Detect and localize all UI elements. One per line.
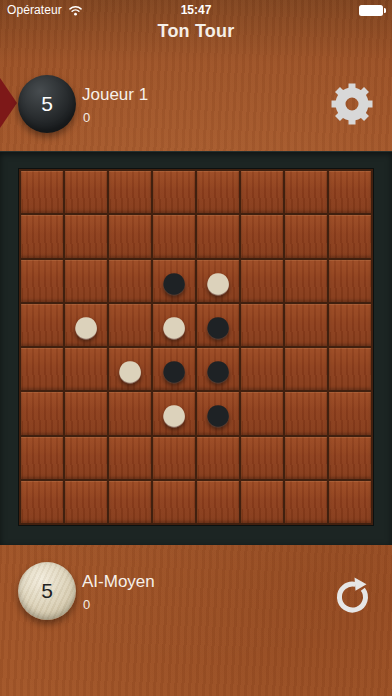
player-top-name: Joueur 1 — [82, 85, 148, 105]
board-cell[interactable] — [285, 392, 327, 434]
board-cell[interactable] — [153, 481, 195, 523]
board-cell[interactable]: ● — [109, 348, 151, 390]
black-disc-piece: ● — [197, 348, 239, 390]
player-top-row: 5 Joueur 1 0 — [0, 74, 392, 134]
board-cell[interactable] — [65, 215, 107, 257]
board-cell[interactable]: ● — [153, 392, 195, 434]
board-cell[interactable] — [65, 348, 107, 390]
white-disc-piece: ● — [197, 260, 239, 302]
board-cell[interactable] — [241, 304, 283, 346]
board-cell[interactable] — [197, 437, 239, 479]
board-cell[interactable] — [109, 437, 151, 479]
settings-button[interactable] — [331, 83, 373, 125]
board-cell[interactable] — [241, 392, 283, 434]
board-cell[interactable]: ● — [65, 304, 107, 346]
board-cell[interactable] — [241, 171, 283, 213]
board-cell[interactable] — [153, 437, 195, 479]
board-cell[interactable] — [65, 392, 107, 434]
page-title: Ton Tour — [0, 21, 392, 42]
black-disc-count: 5 — [41, 92, 53, 116]
black-disc-piece: ● — [153, 348, 195, 390]
white-disc-piece: ● — [65, 304, 107, 346]
board-cell[interactable] — [241, 437, 283, 479]
player-top-score: 0 — [83, 110, 90, 125]
board-cell[interactable] — [109, 304, 151, 346]
board-cell[interactable] — [65, 171, 107, 213]
board-cell[interactable] — [241, 348, 283, 390]
white-disc-piece: ● — [109, 348, 151, 390]
board-cell[interactable] — [153, 215, 195, 257]
restart-icon — [332, 576, 372, 616]
board-cell[interactable]: ● — [197, 304, 239, 346]
board-cell[interactable] — [65, 260, 107, 302]
status-bar: Opérateur 15:47 — [0, 0, 392, 20]
clock: 15:47 — [0, 3, 392, 17]
player-bottom-row: 5 AI-Moyen 0 — [0, 561, 392, 621]
board-cell[interactable]: ● — [153, 348, 195, 390]
board-cell[interactable] — [109, 260, 151, 302]
board-cell[interactable] — [329, 215, 371, 257]
board-cell[interactable]: ● — [153, 260, 195, 302]
gear-icon — [331, 83, 373, 125]
board-cell[interactable] — [197, 171, 239, 213]
board-cell[interactable]: ● — [153, 304, 195, 346]
board-cell[interactable] — [21, 304, 63, 346]
board-cell[interactable] — [197, 215, 239, 257]
board-cell[interactable]: ● — [197, 260, 239, 302]
board-cell[interactable] — [329, 260, 371, 302]
board-cell[interactable] — [285, 304, 327, 346]
board-cell[interactable] — [21, 392, 63, 434]
white-disc-piece: ● — [153, 392, 195, 434]
board-cell[interactable] — [285, 348, 327, 390]
board-cell[interactable] — [329, 304, 371, 346]
black-disc-piece: ● — [153, 260, 195, 302]
board-cell[interactable] — [21, 348, 63, 390]
board-cell[interactable] — [109, 171, 151, 213]
board-cell[interactable] — [285, 215, 327, 257]
board-cell[interactable] — [285, 481, 327, 523]
board-cell[interactable] — [329, 437, 371, 479]
othello-board: ●●●●●●●●●● — [19, 169, 373, 525]
board-cell[interactable]: ● — [197, 348, 239, 390]
board-cell[interactable] — [197, 481, 239, 523]
board-cell[interactable] — [65, 437, 107, 479]
board-cell[interactable] — [21, 215, 63, 257]
app-screen: Opérateur 15:47 Ton Tour 5 Joueur 1 0 ●●… — [0, 0, 392, 696]
board-cell[interactable] — [285, 260, 327, 302]
board-cell[interactable] — [21, 481, 63, 523]
white-player-disc: 5 — [18, 562, 76, 620]
board-cell[interactable] — [285, 171, 327, 213]
white-disc-count: 5 — [41, 579, 53, 603]
board-cell[interactable] — [329, 171, 371, 213]
black-player-disc: 5 — [18, 75, 76, 133]
board-cell[interactable] — [21, 171, 63, 213]
board-cell[interactable]: ● — [197, 392, 239, 434]
black-disc-piece: ● — [197, 304, 239, 346]
board-cell[interactable] — [21, 260, 63, 302]
restart-button[interactable] — [332, 576, 372, 616]
board-cell[interactable] — [329, 481, 371, 523]
black-disc-piece: ● — [197, 392, 239, 434]
board-cell[interactable] — [329, 348, 371, 390]
battery-full-icon — [359, 5, 383, 16]
board-cell[interactable] — [109, 392, 151, 434]
board-cell[interactable] — [109, 481, 151, 523]
board-cell[interactable] — [21, 437, 63, 479]
board-frame: ●●●●●●●●●● — [0, 151, 392, 545]
board-cell[interactable] — [329, 392, 371, 434]
player-bottom-name: AI-Moyen — [82, 572, 155, 592]
board-cell[interactable] — [241, 481, 283, 523]
board-cell[interactable] — [285, 437, 327, 479]
white-disc-piece: ● — [153, 304, 195, 346]
board-cell[interactable] — [241, 215, 283, 257]
turn-indicator-arrow — [0, 78, 17, 128]
player-bottom-score: 0 — [83, 597, 90, 612]
board-cell[interactable] — [153, 171, 195, 213]
board-cell[interactable] — [109, 215, 151, 257]
board-cell[interactable] — [65, 481, 107, 523]
board-cell[interactable] — [241, 260, 283, 302]
